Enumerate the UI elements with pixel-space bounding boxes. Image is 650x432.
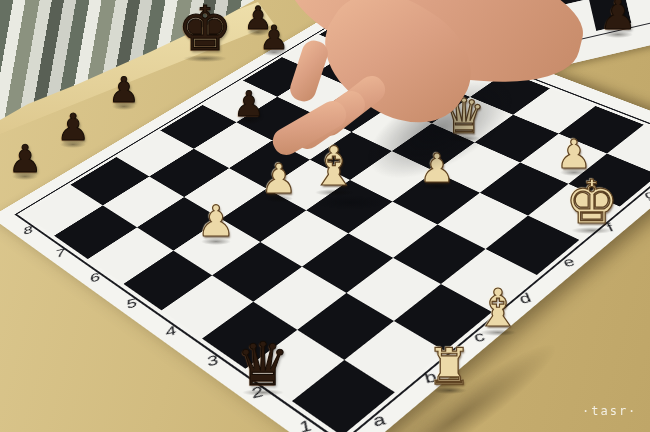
rank-label-4: 4 — [156, 307, 187, 357]
white-pawn-b4[interactable]: ♟ — [259, 159, 300, 200]
black-pawn-b6[interactable]: ♟ — [55, 109, 92, 146]
white-pawn-a4[interactable]: ♟ — [195, 200, 238, 243]
rank-label-5: 5 — [118, 281, 146, 329]
black-pawn-c6[interactable]: ♟ — [107, 73, 142, 108]
chess-photo-stage: 12345678 abcdefgh ♟♟♟♚♟♟♛♟♟♟♟♝♟♚♟♝♜♛ ·ta… — [0, 0, 650, 432]
black-queen-a2[interactable]: ♛ — [233, 334, 293, 394]
black-pawn-d5[interactable]: ♟ — [232, 87, 267, 122]
black-king-d7[interactable]: ♚ — [174, 0, 236, 60]
black-pawn-background-board[interactable]: ♟ — [597, 0, 639, 36]
white-king-e1[interactable]: ♚ — [562, 172, 622, 232]
white-rook-b1[interactable]: ♜ — [424, 342, 474, 392]
rank-label-8: 8 — [15, 211, 40, 252]
white-bishop-c2[interactable]: ♝ — [472, 282, 524, 334]
black-pawn-e6[interactable]: ♟ — [258, 21, 291, 54]
rank-label-6: 6 — [82, 256, 108, 301]
white-bishop-d4[interactable]: ♝ — [307, 140, 361, 194]
black-pawn-a6[interactable]: ♟ — [6, 140, 44, 178]
rank-label-7: 7 — [48, 233, 73, 276]
watermark: ·tasr· — [582, 404, 637, 418]
